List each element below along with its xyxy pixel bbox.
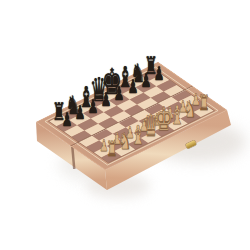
chess-set-photo: ♜♟♞♟♝♟♚♟♛♟♟♝♜♟♟♞♞♟♟♜♝♟♟♚♟♛♟♝♟♞♟♜ <box>0 0 250 250</box>
